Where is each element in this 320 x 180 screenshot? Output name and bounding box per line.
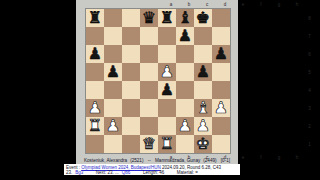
black-pawn: ♟ bbox=[88, 45, 102, 63]
game-info-band: Event : Olympiad Women 2024, Budapest/HU… bbox=[64, 164, 240, 175]
square-b3 bbox=[104, 99, 122, 117]
file-label: h bbox=[288, 1, 306, 8]
square-f6 bbox=[176, 45, 194, 63]
square-h1 bbox=[212, 135, 230, 153]
square-d5 bbox=[140, 63, 158, 81]
white-queen: ♛ bbox=[142, 135, 156, 153]
square-f2: ♟ bbox=[176, 117, 194, 135]
file-label: e bbox=[234, 1, 252, 8]
square-e2 bbox=[158, 117, 176, 135]
black-player-name: Mammadzada, Gunay bbox=[155, 158, 200, 163]
file-label: f bbox=[252, 154, 270, 161]
black-pawn: ♟ bbox=[214, 45, 228, 63]
square-b4 bbox=[104, 81, 122, 99]
square-h6: ♟ bbox=[212, 45, 230, 63]
rank-label: 7 bbox=[305, 27, 314, 45]
square-f3 bbox=[176, 99, 194, 117]
file-labels-top: abcdefgh bbox=[162, 1, 306, 8]
next-move-link[interactable]: Qb6 bbox=[122, 170, 131, 175]
square-c7 bbox=[122, 27, 140, 45]
square-h4 bbox=[212, 81, 230, 99]
square-g2: ♟ bbox=[194, 117, 212, 135]
square-c4 bbox=[122, 81, 140, 99]
file-label: g bbox=[270, 154, 288, 161]
rank-label: 8 bbox=[305, 9, 314, 27]
square-b7 bbox=[104, 27, 122, 45]
square-a4 bbox=[86, 81, 104, 99]
square-g3: ♝ bbox=[194, 99, 212, 117]
players-separator: -- bbox=[148, 158, 151, 163]
square-c8 bbox=[122, 9, 140, 27]
square-e4: ♟ bbox=[158, 81, 176, 99]
last-move-link[interactable]: Bg3 bbox=[75, 170, 83, 175]
square-d2 bbox=[140, 117, 158, 135]
white-pawn: ♟ bbox=[178, 117, 192, 135]
video-frame: { "game": "chess", "position": { "fen": … bbox=[0, 0, 320, 180]
square-d3 bbox=[140, 99, 158, 117]
file-label: f bbox=[252, 1, 270, 8]
square-c2 bbox=[122, 117, 140, 135]
next-label: Next: bbox=[96, 170, 107, 175]
black-player-elo: (2449) bbox=[203, 158, 216, 163]
white-pawn: ♟ bbox=[160, 63, 174, 81]
black-rook: ♜ bbox=[160, 9, 174, 27]
black-queen: ♛ bbox=[142, 9, 156, 27]
black-rook: ♜ bbox=[88, 9, 102, 27]
square-f4 bbox=[176, 81, 194, 99]
rank-labels-right: 87654321 bbox=[305, 9, 314, 153]
file-label: c bbox=[198, 1, 216, 8]
rank-label: 4 bbox=[305, 81, 314, 99]
square-f1 bbox=[176, 135, 194, 153]
white-player-name: Kosteniuk, Alexandra bbox=[84, 158, 127, 163]
file-label: g bbox=[270, 1, 288, 8]
file-label: h bbox=[288, 154, 306, 161]
white-king: ♚ bbox=[196, 135, 210, 153]
square-c6 bbox=[122, 45, 140, 63]
rank-label: 1 bbox=[305, 135, 314, 153]
square-g4 bbox=[194, 81, 212, 99]
square-f5 bbox=[176, 63, 194, 81]
square-a7 bbox=[86, 27, 104, 45]
next-move-number: 23. ... bbox=[108, 170, 119, 175]
square-d8: ♛ bbox=[140, 9, 158, 27]
square-g7 bbox=[194, 27, 212, 45]
material-value: = bbox=[195, 170, 198, 175]
square-d1: ♛ bbox=[140, 135, 158, 153]
square-h7 bbox=[212, 27, 230, 45]
black-king: ♚ bbox=[196, 9, 210, 27]
rank-label: 5 bbox=[305, 63, 314, 81]
square-h8 bbox=[212, 9, 230, 27]
white-rook: ♜ bbox=[160, 135, 174, 153]
square-d7 bbox=[140, 27, 158, 45]
square-e3 bbox=[158, 99, 176, 117]
square-b5: ♟ bbox=[104, 63, 122, 81]
length-value: 46 bbox=[159, 170, 164, 175]
square-g5: ♟ bbox=[194, 63, 212, 81]
white-pawn: ♟ bbox=[196, 117, 210, 135]
white-player-elo: (2521) bbox=[130, 158, 143, 163]
square-b1 bbox=[104, 135, 122, 153]
square-g6 bbox=[194, 45, 212, 63]
square-c1 bbox=[122, 135, 140, 153]
board: ♜♛♜♝♚♟♟♟♟♟♟♟♟♝♟♜♟♟♟♛♜♚ bbox=[86, 9, 230, 153]
square-a2: ♜ bbox=[86, 117, 104, 135]
square-e1: ♜ bbox=[158, 135, 176, 153]
file-label: b bbox=[180, 1, 198, 8]
square-c3 bbox=[122, 99, 140, 117]
white-pawn: ♟ bbox=[214, 99, 228, 117]
square-b2: ♟ bbox=[104, 117, 122, 135]
last-move-number: 23. bbox=[66, 170, 72, 175]
move-line: 23.Bg3 Next: 23. ...Qb6 Length: 46 Mater… bbox=[66, 170, 240, 175]
square-c5 bbox=[122, 63, 140, 81]
square-e5: ♟ bbox=[158, 63, 176, 81]
square-g8: ♚ bbox=[194, 9, 212, 27]
file-label: d bbox=[216, 1, 234, 8]
white-pawn: ♟ bbox=[106, 117, 120, 135]
square-b8 bbox=[104, 9, 122, 27]
black-pawn: ♟ bbox=[178, 27, 192, 45]
white-rook: ♜ bbox=[88, 117, 102, 135]
square-h3: ♟ bbox=[212, 99, 230, 117]
square-a6: ♟ bbox=[86, 45, 104, 63]
square-h2 bbox=[212, 117, 230, 135]
black-pawn: ♟ bbox=[106, 63, 120, 81]
square-b6 bbox=[104, 45, 122, 63]
square-e8: ♜ bbox=[158, 9, 176, 27]
rank-label: 2 bbox=[305, 117, 314, 135]
square-e7 bbox=[158, 27, 176, 45]
square-a3: ♟ bbox=[86, 99, 104, 117]
black-bishop: ♝ bbox=[178, 9, 192, 27]
length-label: Length: bbox=[143, 170, 158, 175]
game-result: [0-1] bbox=[221, 158, 230, 163]
rank-label: 3 bbox=[305, 99, 314, 117]
square-e6 bbox=[158, 45, 176, 63]
square-g1: ♚ bbox=[194, 135, 212, 153]
square-a5 bbox=[86, 63, 104, 81]
square-f8: ♝ bbox=[176, 9, 194, 27]
file-label: a bbox=[162, 1, 180, 8]
white-pawn: ♟ bbox=[88, 99, 102, 117]
material-label: Material: bbox=[177, 170, 194, 175]
square-f7: ♟ bbox=[176, 27, 194, 45]
square-d4 bbox=[140, 81, 158, 99]
black-pawn: ♟ bbox=[160, 81, 174, 99]
black-pawn: ♟ bbox=[196, 63, 210, 81]
square-d6 bbox=[140, 45, 158, 63]
square-a8: ♜ bbox=[86, 9, 104, 27]
rank-label: 6 bbox=[305, 45, 314, 63]
square-h5 bbox=[212, 63, 230, 81]
white-bishop: ♝ bbox=[196, 99, 210, 117]
square-a1 bbox=[86, 135, 104, 153]
